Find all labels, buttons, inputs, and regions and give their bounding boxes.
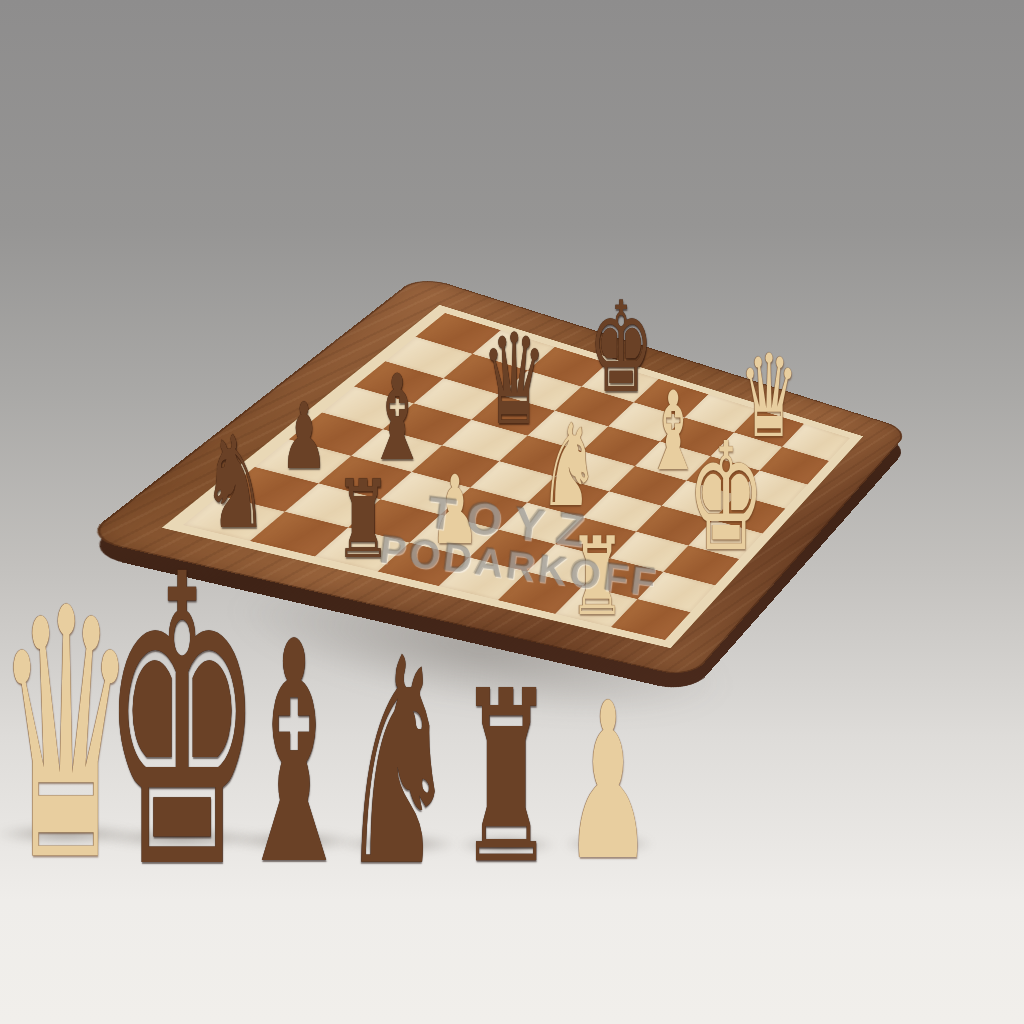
piece-light-king-h4[interactable]: ♚: [687, 424, 765, 573]
piece-dark-queen-c6[interactable]: ♛: [481, 318, 546, 443]
piece-dark-king-d8[interactable]: ♚: [588, 286, 653, 411]
piece-dark-pawn-a3[interactable]: ♟: [280, 391, 327, 482]
display-piece-dark-knight: ♞: [341, 621, 456, 906]
chess-set-product-photo: ♚♛♛♝♝♞♚♟♟♞♜♜ TOYZ PODARKOFF ♛♚♝♞♜♟: [0, 0, 1024, 1024]
display-piece-dark-bishop: ♝: [232, 602, 355, 907]
display-piece-dark-rook: ♜: [458, 660, 554, 897]
display-piece-light-pawn: ♟: [564, 675, 651, 891]
